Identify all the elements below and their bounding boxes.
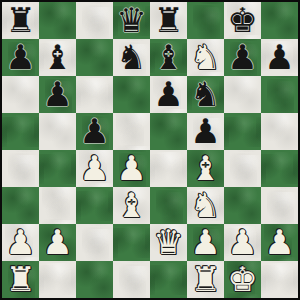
square-d8[interactable]: ♛ [113,2,150,39]
square-d4[interactable]: ♟ [113,150,150,187]
square-b8[interactable] [39,2,76,39]
square-a4[interactable] [2,150,39,187]
white-pawn: ♟ [116,151,146,185]
black-rook: ♜ [5,3,35,37]
white-pawn: ♟ [190,225,220,259]
white-knight: ♞ [190,40,220,74]
square-f3[interactable]: ♞ [187,187,224,224]
black-knight: ♞ [190,77,220,111]
square-b2[interactable]: ♟ [39,224,76,261]
black-pawn: ♟ [5,40,35,74]
square-a3[interactable] [2,187,39,224]
white-knight: ♞ [190,188,220,222]
black-pawn: ♟ [227,40,257,74]
square-b3[interactable] [39,187,76,224]
white-queen: ♛ [153,225,183,259]
square-c4[interactable]: ♟ [76,150,113,187]
square-d5[interactable] [113,113,150,150]
square-b6[interactable]: ♟ [39,76,76,113]
white-pawn: ♟ [227,225,257,259]
white-bishop: ♝ [190,151,220,185]
square-g1[interactable]: ♚ [224,261,261,298]
square-c6[interactable] [76,76,113,113]
square-f8[interactable] [187,2,224,39]
square-e6[interactable]: ♟ [150,76,187,113]
square-e7[interactable]: ♝ [150,39,187,76]
square-f5[interactable]: ♟ [187,113,224,150]
white-rook: ♜ [190,262,220,296]
white-bishop: ♝ [116,188,146,222]
square-f7[interactable]: ♞ [187,39,224,76]
square-g7[interactable]: ♟ [224,39,261,76]
square-a5[interactable] [2,113,39,150]
black-pawn: ♟ [190,114,220,148]
black-bishop: ♝ [42,40,72,74]
square-f1[interactable]: ♜ [187,261,224,298]
square-d2[interactable] [113,224,150,261]
square-h3[interactable] [261,187,298,224]
square-h7[interactable]: ♟ [261,39,298,76]
square-g4[interactable] [224,150,261,187]
black-pawn: ♟ [264,40,294,74]
white-pawn: ♟ [5,225,35,259]
square-f2[interactable]: ♟ [187,224,224,261]
black-pawn: ♟ [153,77,183,111]
black-rook: ♜ [153,3,183,37]
square-b1[interactable] [39,261,76,298]
square-a7[interactable]: ♟ [2,39,39,76]
square-g6[interactable] [224,76,261,113]
chess-board: ♜♛♜♚♟♝♞♝♞♟♟♟♟♞♟♟♟♟♝♝♞♟♟♛♟♟♟♜♜♚ [0,0,300,300]
white-pawn: ♟ [79,151,109,185]
black-pawn: ♟ [79,114,109,148]
square-c5[interactable]: ♟ [76,113,113,150]
square-h4[interactable] [261,150,298,187]
square-b4[interactable] [39,150,76,187]
black-knight: ♞ [116,40,146,74]
square-d1[interactable] [113,261,150,298]
square-g8[interactable]: ♚ [224,2,261,39]
square-b5[interactable] [39,113,76,150]
square-c3[interactable] [76,187,113,224]
square-d7[interactable]: ♞ [113,39,150,76]
black-bishop: ♝ [153,40,183,74]
square-g5[interactable] [224,113,261,150]
white-king: ♚ [227,262,257,296]
square-e5[interactable] [150,113,187,150]
square-e2[interactable]: ♛ [150,224,187,261]
white-pawn: ♟ [264,225,294,259]
square-c7[interactable] [76,39,113,76]
square-c1[interactable] [76,261,113,298]
square-d3[interactable]: ♝ [113,187,150,224]
square-c8[interactable] [76,2,113,39]
square-a8[interactable]: ♜ [2,2,39,39]
square-e1[interactable] [150,261,187,298]
square-e4[interactable] [150,150,187,187]
square-c2[interactable] [76,224,113,261]
square-e8[interactable]: ♜ [150,2,187,39]
white-pawn: ♟ [42,225,72,259]
square-e3[interactable] [150,187,187,224]
square-f4[interactable]: ♝ [187,150,224,187]
square-b7[interactable]: ♝ [39,39,76,76]
square-f6[interactable]: ♞ [187,76,224,113]
square-h2[interactable]: ♟ [261,224,298,261]
black-pawn: ♟ [42,77,72,111]
square-a1[interactable]: ♜ [2,261,39,298]
square-h8[interactable] [261,2,298,39]
black-queen: ♛ [116,3,146,37]
black-king: ♚ [227,3,257,37]
square-d6[interactable] [113,76,150,113]
square-h5[interactable] [261,113,298,150]
square-a2[interactable]: ♟ [2,224,39,261]
white-rook: ♜ [5,262,35,296]
square-h6[interactable] [261,76,298,113]
square-g3[interactable] [224,187,261,224]
square-a6[interactable] [2,76,39,113]
square-g2[interactable]: ♟ [224,224,261,261]
square-h1[interactable] [261,261,298,298]
